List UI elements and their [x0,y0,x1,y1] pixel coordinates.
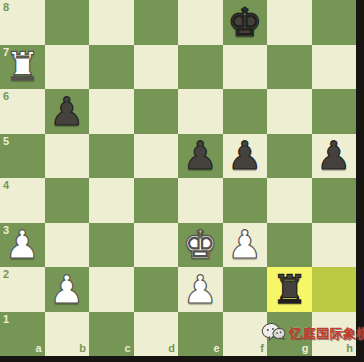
square-c5[interactable] [89,134,134,179]
square-a6[interactable]: 6 [0,89,45,134]
white-pawn-a3[interactable]: ♟ [0,223,45,268]
square-f4[interactable] [223,178,268,223]
file-label-e: e [213,343,219,354]
square-c2[interactable] [89,267,134,312]
square-f1[interactable]: f [223,312,268,357]
square-e5[interactable]: ♟ [178,134,223,179]
square-f7[interactable] [223,45,268,90]
board-frame: 8♚7♜6♟5♟♟♟43♟♚♟2♟♟♜1abcdefgh 忆庭国际象棋 [0,0,364,362]
square-b7[interactable] [45,45,90,90]
square-e8[interactable] [178,0,223,45]
square-g4[interactable] [267,178,312,223]
square-g6[interactable] [267,89,312,134]
square-c4[interactable] [89,178,134,223]
square-g7[interactable] [267,45,312,90]
square-a7[interactable]: 7♜ [0,45,45,90]
square-c6[interactable] [89,89,134,134]
square-f3[interactable]: ♟ [223,223,268,268]
square-d4[interactable] [134,178,179,223]
square-c3[interactable] [89,223,134,268]
square-d3[interactable] [134,223,179,268]
square-f8[interactable]: ♚ [223,0,268,45]
square-g8[interactable] [267,0,312,45]
file-label-h: h [346,343,353,354]
file-label-a: a [35,343,41,354]
white-king-e3[interactable]: ♚ [178,223,223,268]
square-e4[interactable] [178,178,223,223]
file-label-g: g [302,343,309,354]
white-rook-a7[interactable]: ♜ [0,45,45,90]
black-pawn-h5[interactable]: ♟ [312,134,357,179]
rank-label-6: 6 [3,91,9,102]
square-a5[interactable]: 5 [0,134,45,179]
black-king-f8[interactable]: ♚ [223,0,268,45]
square-h8[interactable] [312,0,357,45]
square-h1[interactable]: h [312,312,357,357]
square-f6[interactable] [223,89,268,134]
file-label-c: c [124,343,130,354]
square-c7[interactable] [89,45,134,90]
square-a1[interactable]: 1a [0,312,45,357]
square-g2[interactable]: ♜ [267,267,312,312]
white-pawn-b2[interactable]: ♟ [45,267,90,312]
square-b1[interactable]: b [45,312,90,357]
square-f5[interactable]: ♟ [223,134,268,179]
square-b5[interactable] [45,134,90,179]
square-e6[interactable] [178,89,223,134]
rank-label-5: 5 [3,136,9,147]
square-d7[interactable] [134,45,179,90]
black-pawn-f5[interactable]: ♟ [223,134,268,179]
square-a4[interactable]: 4 [0,178,45,223]
square-e2[interactable]: ♟ [178,267,223,312]
square-e1[interactable]: e [178,312,223,357]
black-pawn-b6[interactable]: ♟ [45,89,90,134]
square-b8[interactable] [45,0,90,45]
file-label-b: b [79,343,86,354]
square-h3[interactable] [312,223,357,268]
square-b4[interactable] [45,178,90,223]
square-a2[interactable]: 2 [0,267,45,312]
square-h7[interactable] [312,45,357,90]
square-d1[interactable]: d [134,312,179,357]
rank-label-8: 8 [3,2,9,13]
square-g1[interactable]: g [267,312,312,357]
square-g3[interactable] [267,223,312,268]
square-d6[interactable] [134,89,179,134]
square-b6[interactable]: ♟ [45,89,90,134]
chess-board: 8♚7♜6♟5♟♟♟43♟♚♟2♟♟♜1abcdefgh [0,0,356,356]
square-d2[interactable] [134,267,179,312]
square-e7[interactable] [178,45,223,90]
square-f2[interactable] [223,267,268,312]
square-b2[interactable]: ♟ [45,267,90,312]
square-a8[interactable]: 8 [0,0,45,45]
rank-label-1: 1 [3,314,9,325]
square-e3[interactable]: ♚ [178,223,223,268]
square-h6[interactable] [312,89,357,134]
file-label-f: f [260,343,264,354]
square-c8[interactable] [89,0,134,45]
square-c1[interactable]: c [89,312,134,357]
square-b3[interactable] [45,223,90,268]
rank-label-2: 2 [3,269,9,280]
rank-label-4: 4 [3,180,9,191]
square-h5[interactable]: ♟ [312,134,357,179]
square-a3[interactable]: 3♟ [0,223,45,268]
white-pawn-e2[interactable]: ♟ [178,267,223,312]
square-d8[interactable] [134,0,179,45]
square-g5[interactable] [267,134,312,179]
square-h4[interactable] [312,178,357,223]
black-rook-g2[interactable]: ♜ [267,267,312,312]
square-d5[interactable] [134,134,179,179]
file-label-d: d [168,343,175,354]
black-pawn-e5[interactable]: ♟ [178,134,223,179]
white-pawn-f3[interactable]: ♟ [223,223,268,268]
square-h2[interactable] [312,267,357,312]
